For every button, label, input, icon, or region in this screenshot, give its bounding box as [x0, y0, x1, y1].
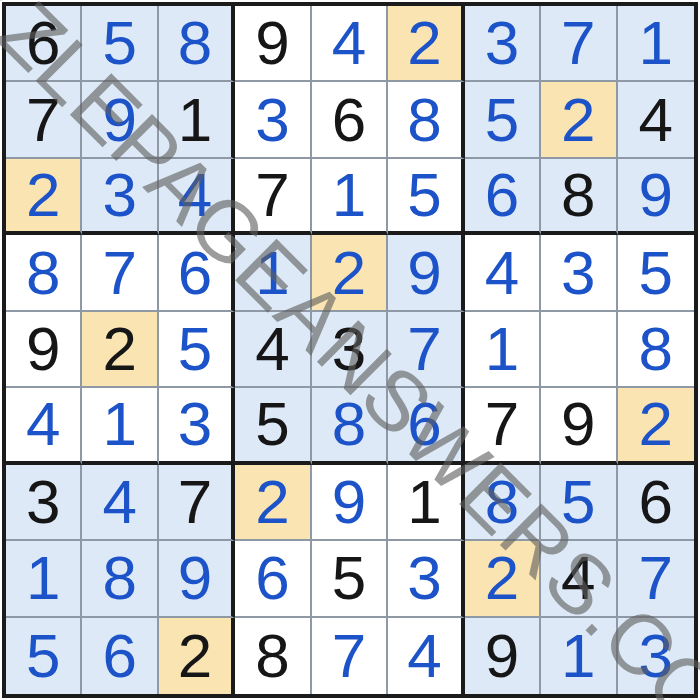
- cell-r2c6[interactable]: 8: [388, 82, 464, 158]
- cell-r2c3[interactable]: 1: [159, 82, 235, 158]
- cell-r3c4[interactable]: 7: [235, 159, 311, 235]
- cell-r4c4[interactable]: 1: [235, 235, 311, 311]
- cell-r3c3[interactable]: 4: [159, 159, 235, 235]
- cell-r8c3[interactable]: 9: [159, 541, 235, 617]
- cell-r5c8[interactable]: [541, 312, 617, 388]
- cell-r6c1[interactable]: 4: [6, 388, 82, 464]
- cell-r7c2[interactable]: 4: [82, 465, 158, 541]
- cell-r9c1[interactable]: 5: [6, 618, 82, 694]
- cell-r2c5[interactable]: 6: [312, 82, 388, 158]
- cell-r5c2[interactable]: 2: [82, 312, 158, 388]
- cell-r6c7[interactable]: 7: [465, 388, 541, 464]
- cell-r3c6[interactable]: 5: [388, 159, 464, 235]
- cell-r5c3[interactable]: 5: [159, 312, 235, 388]
- cell-r9c5[interactable]: 7: [312, 618, 388, 694]
- cell-r8c4[interactable]: 6: [235, 541, 311, 617]
- cell-r9c3[interactable]: 2: [159, 618, 235, 694]
- cell-r8c6[interactable]: 3: [388, 541, 464, 617]
- cell-r1c6[interactable]: 2: [388, 6, 464, 82]
- cell-r1c1[interactable]: 6: [6, 6, 82, 82]
- cell-r9c8[interactable]: 1: [541, 618, 617, 694]
- cell-r6c6[interactable]: 6: [388, 388, 464, 464]
- cell-r8c7[interactable]: 2: [465, 541, 541, 617]
- cell-r3c5[interactable]: 1: [312, 159, 388, 235]
- cell-r9c9[interactable]: 3: [618, 618, 694, 694]
- cell-r7c7[interactable]: 8: [465, 465, 541, 541]
- cell-r5c5[interactable]: 3: [312, 312, 388, 388]
- cell-r8c5[interactable]: 5: [312, 541, 388, 617]
- cell-r2c8[interactable]: 2: [541, 82, 617, 158]
- cell-r6c2[interactable]: 1: [82, 388, 158, 464]
- cell-r2c9[interactable]: 4: [618, 82, 694, 158]
- cell-r6c5[interactable]: 8: [312, 388, 388, 464]
- sudoku-grid: 6589423717913685242347156898761294359254…: [2, 2, 698, 698]
- cell-r4c5[interactable]: 2: [312, 235, 388, 311]
- cell-r6c9[interactable]: 2: [618, 388, 694, 464]
- cell-r1c3[interactable]: 8: [159, 6, 235, 82]
- cell-r7c1[interactable]: 3: [6, 465, 82, 541]
- cell-r4c8[interactable]: 3: [541, 235, 617, 311]
- cell-r7c4[interactable]: 2: [235, 465, 311, 541]
- cell-r5c6[interactable]: 7: [388, 312, 464, 388]
- cell-r1c2[interactable]: 5: [82, 6, 158, 82]
- cell-r3c2[interactable]: 3: [82, 159, 158, 235]
- cell-r1c8[interactable]: 7: [541, 6, 617, 82]
- cell-r6c8[interactable]: 9: [541, 388, 617, 464]
- cell-r9c6[interactable]: 4: [388, 618, 464, 694]
- cell-r3c8[interactable]: 8: [541, 159, 617, 235]
- cell-r8c1[interactable]: 1: [6, 541, 82, 617]
- cell-r4c2[interactable]: 7: [82, 235, 158, 311]
- cell-r1c9[interactable]: 1: [618, 6, 694, 82]
- cell-r4c9[interactable]: 5: [618, 235, 694, 311]
- cell-r8c8[interactable]: 4: [541, 541, 617, 617]
- cell-r7c9[interactable]: 6: [618, 465, 694, 541]
- cell-r1c4[interactable]: 9: [235, 6, 311, 82]
- cell-r2c2[interactable]: 9: [82, 82, 158, 158]
- cell-r7c5[interactable]: 9: [312, 465, 388, 541]
- cell-r7c8[interactable]: 5: [541, 465, 617, 541]
- cell-r2c4[interactable]: 3: [235, 82, 311, 158]
- cell-r5c4[interactable]: 4: [235, 312, 311, 388]
- cell-r3c7[interactable]: 6: [465, 159, 541, 235]
- cell-r1c5[interactable]: 4: [312, 6, 388, 82]
- cell-r8c9[interactable]: 7: [618, 541, 694, 617]
- cell-r7c6[interactable]: 1: [388, 465, 464, 541]
- cell-r9c4[interactable]: 8: [235, 618, 311, 694]
- cell-r1c7[interactable]: 3: [465, 6, 541, 82]
- cell-r9c7[interactable]: 9: [465, 618, 541, 694]
- cell-r9c2[interactable]: 6: [82, 618, 158, 694]
- cell-r4c1[interactable]: 8: [6, 235, 82, 311]
- cell-r5c9[interactable]: 8: [618, 312, 694, 388]
- cell-r2c7[interactable]: 5: [465, 82, 541, 158]
- cell-r5c1[interactable]: 9: [6, 312, 82, 388]
- cell-r6c4[interactable]: 5: [235, 388, 311, 464]
- cell-r2c1[interactable]: 7: [6, 82, 82, 158]
- cell-r5c7[interactable]: 1: [465, 312, 541, 388]
- sudoku-page: 6589423717913685242347156898761294359254…: [0, 0, 700, 700]
- cell-r4c7[interactable]: 4: [465, 235, 541, 311]
- cell-r4c6[interactable]: 9: [388, 235, 464, 311]
- cell-r6c3[interactable]: 3: [159, 388, 235, 464]
- cell-r3c9[interactable]: 9: [618, 159, 694, 235]
- cell-r7c3[interactable]: 7: [159, 465, 235, 541]
- cell-r4c3[interactable]: 6: [159, 235, 235, 311]
- cell-r8c2[interactable]: 8: [82, 541, 158, 617]
- cell-r3c1[interactable]: 2: [6, 159, 82, 235]
